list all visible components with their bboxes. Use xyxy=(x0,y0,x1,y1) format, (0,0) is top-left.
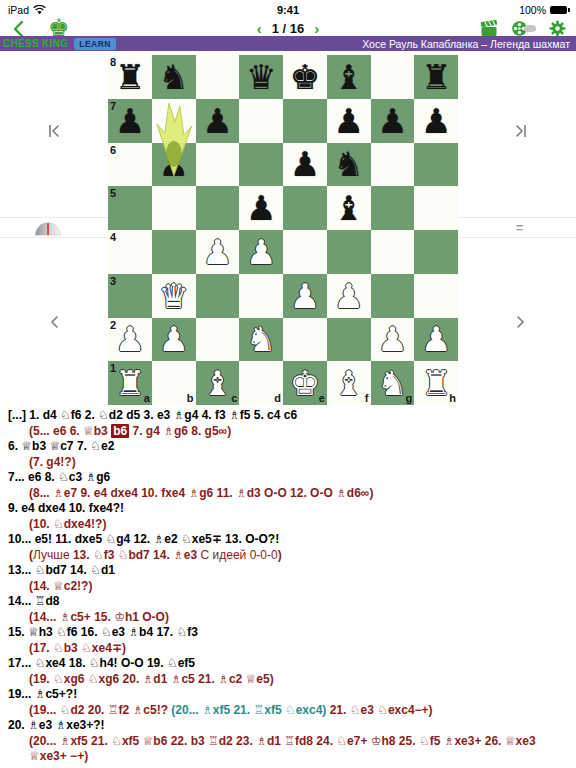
variation-moves[interactable]: (19... ♘d2 20. ♖f2 ♗c5!? xyxy=(29,703,171,717)
file-label: d xyxy=(274,393,281,404)
mainline-moves[interactable]: 7... e6 8. ♘c3 ♗g6 xyxy=(8,470,110,484)
settings-gear-icon[interactable] xyxy=(549,20,566,37)
black-pawn-c7: ♟ xyxy=(196,99,240,143)
black-bishop-f8: ♝ xyxy=(327,55,371,99)
square-g4[interactable] xyxy=(371,230,415,274)
black-pawn-f7: ♟ xyxy=(327,99,371,143)
learn-badge: LEARN xyxy=(74,38,116,50)
square-a3[interactable]: 3 xyxy=(108,274,152,318)
file-label: e xyxy=(319,393,325,404)
square-e3[interactable]: ♟ xyxy=(283,274,327,318)
square-d2[interactable]: ♞ xyxy=(239,318,283,362)
square-b5[interactable] xyxy=(152,186,196,230)
variation-line: (14. ♕c2!?) xyxy=(8,579,574,595)
mainline-move-line: 13... ♘bd7 14. ♘d1 xyxy=(8,563,574,579)
square-b8[interactable]: ♞ xyxy=(152,55,196,99)
battery-icon xyxy=(550,6,570,14)
brand-bar: CHESS KING LEARN Хосе Рауль Капабланка –… xyxy=(0,36,576,51)
square-a6[interactable]: 6 xyxy=(108,143,152,187)
mainline-move-line: 19... ♗c5+?! xyxy=(8,687,574,703)
white-pawn-b2: ♟ xyxy=(152,318,196,362)
variation-moves[interactable]: (8... ♗e7 9. e4 dxe4 10. fxe4 ♗g6 11. ♗d… xyxy=(29,486,373,500)
mainline-move-line: 15. ♕h3 ♘f6 16. ♘e3 ♗b4 17. ♘f3 xyxy=(8,625,574,641)
square-g7[interactable]: ♟ xyxy=(371,99,415,143)
variation-line: (14... ♗c5+ 15. ♔h1 O-O) xyxy=(8,610,574,626)
mainline-moves[interactable]: 13... ♘bd7 14. ♘d1 xyxy=(8,563,115,577)
rank-label: 3 xyxy=(110,276,116,287)
prev-move-icon xyxy=(47,314,61,330)
mainline-moves[interactable]: 9. e4 dxe4 10. fxe4?! xyxy=(8,501,124,515)
mainline-move-line: [...] 1. d4 ♘f6 2. ♘d2 d5 3. e3 ♗g4 4. f… xyxy=(8,408,574,424)
square-e7[interactable] xyxy=(283,99,327,143)
square-h1[interactable]: h♜ xyxy=(414,361,458,405)
square-f7[interactable]: ♟ xyxy=(327,99,371,143)
file-label: c xyxy=(231,393,237,404)
mainline-moves[interactable]: 19... ♗c5+?! xyxy=(8,687,77,701)
variation-line: (20... ♗xf5 21. ♘xf5 ♕b6 22. b3 ♖d2 23. … xyxy=(8,734,574,750)
last-move-button[interactable] xyxy=(507,119,535,143)
square-c7[interactable]: ♟ xyxy=(196,99,240,143)
variation-line: (10. ♘dxe4!?) xyxy=(8,517,574,533)
square-c4[interactable]: ♟ xyxy=(196,230,240,274)
mainline-move-line: 10... e5! 11. dxe5 ♘g4 12. ♗e2 ♘xe5∓ 13.… xyxy=(8,532,574,548)
mainline-move-line: 7... e6 8. ♘c3 ♗g6 xyxy=(8,470,574,486)
white-pawn-c4: ♟ xyxy=(196,230,240,274)
square-a5[interactable]: 5 xyxy=(108,186,152,230)
mainline-move-line: 6. ♕b3 ♕c7 7. ♘e2 xyxy=(8,439,574,455)
white-pawn-g2: ♟ xyxy=(371,318,415,362)
moves-list: [...] 1. d4 ♘f6 2. ♘d2 d5 3. e3 ♗g4 4. f… xyxy=(8,408,574,768)
square-f4[interactable] xyxy=(327,230,371,274)
variation-line: (5... e6 6. ♕b3 b6 7. g4 ♗g6 8. g5∞) xyxy=(8,424,574,440)
square-b2[interactable]: ♟ xyxy=(152,318,196,362)
variation-moves[interactable]: (10. ♘dxe4!?) xyxy=(29,517,106,531)
square-a7[interactable]: 7♟ xyxy=(108,99,152,143)
file-label: h xyxy=(449,393,456,404)
prev-page-button[interactable]: ‹ xyxy=(257,22,262,36)
black-pawn-h7: ♟ xyxy=(414,99,458,143)
square-a4[interactable]: 4 xyxy=(108,230,152,274)
rank-label: 1 xyxy=(110,363,116,374)
status-bar: iPad 9:41 100% xyxy=(0,0,576,20)
rank-label: 8 xyxy=(110,57,116,68)
black-king-e8: ♚ xyxy=(283,55,327,99)
first-move-button[interactable] xyxy=(40,119,68,143)
square-b1[interactable]: b xyxy=(152,361,196,405)
chess-board: 8♜♞♛♚♝♜7♟♟♟♟♟6♟♟♞5♟♝4♟♟3♛♟♟2♟♟♞♟♟1a♜bc♝d… xyxy=(108,55,458,405)
square-h4[interactable] xyxy=(414,230,458,274)
square-h3[interactable] xyxy=(414,274,458,318)
mainline-moves[interactable]: [...] 1. d4 ♘f6 2. ♘d2 d5 3. e3 ♗g4 4. f… xyxy=(8,408,297,422)
divider-line xyxy=(458,217,576,218)
black-pawn-g7: ♟ xyxy=(371,99,415,143)
white-queen-b3: ♛ xyxy=(152,274,196,318)
square-b4[interactable] xyxy=(152,230,196,274)
mainline-move-line: 17... ♘xe4 18. ♘h4! O-O 19. ♘ef5 xyxy=(8,656,574,672)
variation-moves[interactable]: 7. g4 ♗g6 8. g5∞) xyxy=(129,424,231,438)
square-e5[interactable] xyxy=(283,186,327,230)
square-g1[interactable]: g♞ xyxy=(371,361,415,405)
square-a8[interactable]: 8♜ xyxy=(108,55,152,99)
last-move-icon xyxy=(513,123,529,139)
variation-moves[interactable]: (14. ♕c2!?) xyxy=(29,579,92,593)
variation-moves[interactable]: 13. ♘f3 ♘bd7 14. ♗e3 xyxy=(70,548,201,562)
square-c6[interactable] xyxy=(196,143,240,187)
rank-label: 2 xyxy=(110,320,116,331)
annotation-text: С идеей 0-0-0 xyxy=(201,548,278,562)
battery-percent: 100% xyxy=(519,4,546,16)
app-name: CHESS KING xyxy=(3,38,68,49)
rank-label: 5 xyxy=(110,188,116,199)
rank-label: 7 xyxy=(110,101,116,112)
nav-bar: ♚ ‹ 1 / 16 › xyxy=(0,20,576,37)
variation-moves[interactable]: (14... ♗c5+ 15. ♔h1 O-O) xyxy=(29,610,169,624)
square-f1[interactable]: f♝ xyxy=(327,361,371,405)
animation-toggle[interactable] xyxy=(511,20,536,37)
white-pawn-d4: ♟ xyxy=(239,230,283,274)
square-b3[interactable]: ♛ xyxy=(152,274,196,318)
square-h8[interactable]: ♜ xyxy=(414,55,458,99)
mainline-moves[interactable]: 20. ♗e3 ♗xe3+?! xyxy=(8,718,105,732)
square-f8[interactable]: ♝ xyxy=(327,55,371,99)
square-g8[interactable] xyxy=(371,55,415,99)
white-knight-d2: ♞ xyxy=(239,318,283,362)
mainline-moves[interactable]: 15. ♕h3 ♘f6 16. ♘e3 ♗b4 17. ♘f3 xyxy=(8,625,198,639)
mainline-moves[interactable]: 10... e5! 11. dxe5 ♘g4 12. ♗e2 ♘xe5∓ 13.… xyxy=(8,532,279,546)
evaluation-symbol: = xyxy=(516,221,523,235)
square-c8[interactable] xyxy=(196,55,240,99)
variation-moves[interactable]: (19. ♘xg6 ♘xg6 20. ♗d1 ♗c5 21. ♗c2 ♕e5) xyxy=(29,672,274,686)
variation-line: (8... ♗e7 9. e4 dxe4 10. fxe4 ♗g6 11. ♗d… xyxy=(8,486,574,502)
square-d5[interactable]: ♟ xyxy=(239,186,283,230)
variation-moves[interactable]: 21. ♘e3 ♘exc4−+) xyxy=(326,703,432,717)
next-move-icon xyxy=(514,314,528,330)
square-d7[interactable] xyxy=(239,99,283,143)
square-c5[interactable] xyxy=(196,186,240,230)
square-d8[interactable]: ♛ xyxy=(239,55,283,99)
square-d3[interactable] xyxy=(239,274,283,318)
clapperboard-icon[interactable] xyxy=(480,20,498,37)
square-f6[interactable]: ♞ xyxy=(327,143,371,187)
clock: 9:41 xyxy=(0,4,576,16)
square-e6[interactable]: ♟ xyxy=(283,143,327,187)
square-h2[interactable]: ♟ xyxy=(414,318,458,362)
app-screen: iPad 9:41 100% ♚ ‹ 1 / 16 › xyxy=(0,0,576,768)
evaluation-gauge xyxy=(34,216,62,240)
square-d6[interactable] xyxy=(239,143,283,187)
black-knight-b8: ♞ xyxy=(152,55,196,99)
square-a2[interactable]: 2♟ xyxy=(108,318,152,362)
square-g2[interactable]: ♟ xyxy=(371,318,415,362)
square-c1[interactable]: c♝ xyxy=(196,361,240,405)
mainline-moves[interactable]: 17... ♘xe4 18. ♘h4! O-O 19. ♘ef5 xyxy=(8,656,195,670)
black-queen-d8: ♛ xyxy=(239,55,283,99)
square-f2[interactable] xyxy=(327,318,371,362)
variation-moves[interactable]: (20... ♗xf5 21. ♘xf5 ♕b6 22. b3 ♖d2 23. … xyxy=(29,734,536,748)
square-e1[interactable]: e♚ xyxy=(283,361,327,405)
variation-line: (Лучше 13. ♘f3 ♘bd7 14. ♗e3 С идеей 0-0-… xyxy=(8,548,574,564)
square-h6[interactable] xyxy=(414,143,458,187)
variation-moves[interactable]: (7. g4!?) xyxy=(29,455,76,469)
black-pawn-b6: ♟ xyxy=(152,143,196,187)
square-g5[interactable] xyxy=(371,186,415,230)
square-h5[interactable] xyxy=(414,186,458,230)
page-indicator: 1 / 16 xyxy=(272,21,305,36)
mainline-move-line: 14... ♖d8 xyxy=(8,594,574,610)
square-b6[interactable]: ♟ xyxy=(152,143,196,187)
course-title: Хосе Рауль Капабланка – Легенда шахмат xyxy=(362,38,570,50)
square-e2[interactable] xyxy=(283,318,327,362)
rank-label: 4 xyxy=(110,232,116,243)
black-bishop-f5: ♝ xyxy=(327,186,371,230)
next-page-button[interactable]: › xyxy=(314,22,319,36)
variation-line: (19... ♘d2 20. ♖f2 ♗c5!? (20... ♗xf5 21.… xyxy=(8,703,574,719)
next-move-button[interactable] xyxy=(507,310,535,334)
square-f3[interactable]: ♟ xyxy=(327,274,371,318)
file-label: a xyxy=(144,393,150,404)
variation-moves[interactable]: ♕xe3+ −+) xyxy=(29,749,88,763)
black-rook-h8: ♜ xyxy=(414,55,458,99)
variation-line: (19. ♘xg6 ♘xg6 20. ♗d1 ♗c5 21. ♗c2 ♕e5) xyxy=(8,672,574,688)
highlighted-move[interactable]: b6 xyxy=(111,424,129,438)
variation-moves[interactable]: (17. ♘b3 ♘xe4∓) xyxy=(29,641,126,655)
square-b7[interactable] xyxy=(152,99,196,143)
square-d4[interactable]: ♟ xyxy=(239,230,283,274)
square-c3[interactable] xyxy=(196,274,240,318)
square-d1[interactable]: d xyxy=(239,361,283,405)
square-e4[interactable] xyxy=(283,230,327,274)
black-pawn-e6: ♟ xyxy=(283,143,327,187)
prev-move-button[interactable] xyxy=(40,310,68,334)
square-a1[interactable]: 1a♜ xyxy=(108,361,152,405)
file-label: f xyxy=(365,393,369,404)
rank-label: 6 xyxy=(110,145,116,156)
square-e8[interactable]: ♚ xyxy=(283,55,327,99)
square-g3[interactable] xyxy=(371,274,415,318)
variation-line: ♕xe3+ −+) xyxy=(8,749,574,765)
variation-moves[interactable]: ) xyxy=(278,548,282,562)
variation-line: (7. g4!?) xyxy=(8,455,574,471)
file-label: g xyxy=(406,393,413,404)
white-pawn-e3: ♟ xyxy=(283,274,327,318)
divider-line xyxy=(458,237,576,238)
variation-moves[interactable]: (5... e6 6. ♕b3 xyxy=(29,424,111,438)
mainline-moves[interactable]: 14... ♖d8 xyxy=(8,594,59,608)
variation-line: (17. ♘b3 ♘xe4∓) xyxy=(8,641,574,657)
black-pawn-d5: ♟ xyxy=(239,186,283,230)
square-h7[interactable]: ♟ xyxy=(414,99,458,143)
mainline-moves[interactable]: 6. ♕b3 ♕c7 7. ♘e2 xyxy=(8,439,114,453)
mainline-move-line: 20. ♗e3 ♗xe3+?! xyxy=(8,718,574,734)
nested-variation-moves[interactable]: (20... ♗xf5 21. ♖xf5 ♘exc4) xyxy=(171,703,326,717)
square-c2[interactable] xyxy=(196,318,240,362)
square-f5[interactable]: ♝ xyxy=(327,186,371,230)
mainline-move-line: 9. e4 dxe4 10. fxe4?! xyxy=(8,501,574,517)
annotation-text: Лучше xyxy=(33,548,70,562)
square-g6[interactable] xyxy=(371,143,415,187)
first-move-icon xyxy=(46,123,62,139)
file-label: b xyxy=(187,393,194,404)
toggle-pill xyxy=(524,25,536,32)
white-pawn-h2: ♟ xyxy=(414,318,458,362)
white-pawn-f3: ♟ xyxy=(327,274,371,318)
black-knight-f6: ♞ xyxy=(327,143,371,187)
